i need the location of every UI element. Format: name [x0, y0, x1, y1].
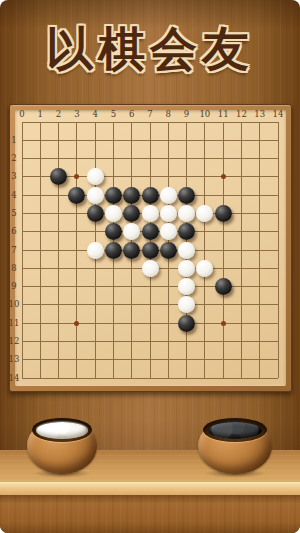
column-label: 12 [232, 110, 250, 119]
black-stone [160, 242, 177, 259]
black-stone [215, 278, 232, 295]
grid-line-horizontal [22, 359, 278, 360]
row-label: 4 [8, 191, 20, 200]
row-label: 6 [8, 227, 20, 236]
column-label: 8 [159, 110, 177, 119]
black-stone [50, 168, 67, 185]
app-screen: 以棋会友 01122334455667788991010111112121313… [0, 0, 300, 533]
column-label: 11 [214, 110, 232, 119]
grid-line-vertical [241, 122, 242, 378]
column-label: 6 [123, 110, 141, 119]
row-label: 7 [8, 246, 20, 255]
star-point [74, 321, 79, 326]
white-stone-bowl [26, 416, 98, 478]
star-point [221, 174, 226, 179]
column-label: 0 [13, 110, 31, 119]
black-stone [142, 223, 159, 240]
black-stone [178, 187, 195, 204]
grid-line-vertical [278, 122, 279, 378]
column-label: 14 [269, 110, 287, 119]
column-label: 13 [251, 110, 269, 119]
row-label: 14 [8, 374, 20, 383]
black-stone [178, 315, 195, 332]
black-stone [105, 242, 122, 259]
white-stone [87, 242, 104, 259]
row-label: 12 [8, 337, 20, 346]
grid-line-horizontal [22, 323, 278, 324]
column-label: 9 [178, 110, 196, 119]
white-stone [87, 168, 104, 185]
grid-line-vertical [223, 122, 224, 378]
white-stone [178, 296, 195, 313]
grid-line-horizontal [22, 341, 278, 342]
column-label: 5 [104, 110, 122, 119]
table-edge [0, 482, 300, 496]
white-stone [160, 205, 177, 222]
grid-line-vertical [204, 122, 205, 378]
grid-line-horizontal [22, 286, 278, 287]
white-stone [142, 260, 159, 277]
black-stone [68, 187, 85, 204]
white-stone [87, 187, 104, 204]
white-stone [160, 187, 177, 204]
white-stone [196, 260, 213, 277]
column-label: 10 [196, 110, 214, 119]
column-label: 3 [68, 110, 86, 119]
white-stone [178, 205, 195, 222]
black-stone [105, 187, 122, 204]
white-stone [178, 242, 195, 259]
row-label: 3 [8, 172, 20, 181]
app-title: 以棋会友 [0, 20, 300, 78]
black-stone [123, 242, 140, 259]
row-label: 10 [8, 300, 20, 309]
white-stone [123, 223, 140, 240]
black-stone [123, 205, 140, 222]
column-label: 2 [50, 110, 68, 119]
table-front-panel [0, 495, 300, 533]
star-point [221, 321, 226, 326]
black-stone [87, 205, 104, 222]
black-stone [178, 223, 195, 240]
grid-line-horizontal [22, 378, 278, 379]
column-label: 1 [31, 110, 49, 119]
black-stone [215, 205, 232, 222]
black-stone [142, 187, 159, 204]
row-label: 13 [8, 355, 20, 364]
white-stone [196, 205, 213, 222]
star-point [74, 174, 79, 179]
row-label: 9 [8, 282, 20, 291]
row-label: 5 [8, 209, 20, 218]
grid-line-horizontal [22, 304, 278, 305]
white-stone [178, 278, 195, 295]
white-stone [178, 260, 195, 277]
white-stone [142, 205, 159, 222]
board-grid[interactable]: 011223344556677889910101111121213131414 [22, 122, 278, 378]
black-stone [123, 187, 140, 204]
white-stone [105, 205, 122, 222]
white-stones-heap [36, 422, 88, 439]
black-stone [142, 242, 159, 259]
black-stone-bowl [197, 416, 273, 478]
column-label: 7 [141, 110, 159, 119]
black-stones-heap [208, 422, 263, 439]
row-label: 2 [8, 154, 20, 163]
column-label: 4 [86, 110, 104, 119]
board-surface: 011223344556677889910101111121213131414 [15, 110, 286, 386]
white-stone [160, 223, 177, 240]
row-label: 1 [8, 136, 20, 145]
row-label: 8 [8, 264, 20, 273]
black-stone [105, 223, 122, 240]
grid-line-vertical [259, 122, 260, 378]
row-label: 11 [8, 319, 20, 328]
gomoku-board[interactable]: 011223344556677889910101111121213131414 [9, 104, 292, 392]
